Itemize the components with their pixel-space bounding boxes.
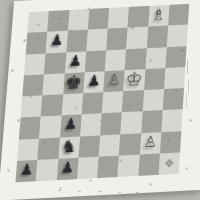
square-f4[interactable]: [122, 90, 144, 112]
square-h6[interactable]: [165, 46, 186, 68]
white-king[interactable]: ♔: [125, 69, 143, 89]
white-pawn[interactable]: ♙: [143, 134, 157, 150]
square-g4[interactable]: [142, 89, 164, 111]
square-g3[interactable]: [141, 110, 163, 132]
square-h2[interactable]: [160, 131, 182, 154]
square-e6[interactable]: [105, 49, 127, 71]
square-d5[interactable]: ♟: [83, 71, 105, 93]
black-pawn[interactable]: ♟: [60, 160, 75, 176]
square-h1[interactable]: ❖: [158, 152, 180, 175]
square-e7[interactable]: [106, 28, 128, 50]
square-f3[interactable]: [120, 111, 142, 133]
square-e1[interactable]: [97, 155, 119, 178]
black-pawn[interactable]: ♟: [63, 117, 78, 133]
square-f1[interactable]: [118, 154, 140, 177]
board-photo: ♗♟♟♚♟♙♔♟♞♙♟♟❖: [0, 0, 200, 200]
photo-grain: [0, 0, 1, 1]
square-c8[interactable]: [67, 9, 89, 31]
maker-emblem-icon: ❖: [164, 158, 175, 170]
square-a2[interactable]: [17, 138, 39, 161]
black-king[interactable]: ♚: [64, 72, 82, 92]
square-b4[interactable]: [41, 94, 63, 116]
square-a7[interactable]: [26, 32, 48, 54]
square-c3[interactable]: ♟: [60, 115, 82, 137]
black-pawn[interactable]: ♟: [49, 33, 63, 49]
square-h5[interactable]: [164, 67, 186, 89]
black-pawn[interactable]: ♟: [87, 73, 101, 89]
square-f2[interactable]: [119, 133, 141, 156]
square-h4[interactable]: [162, 88, 184, 110]
square-d2[interactable]: [78, 135, 100, 158]
square-b5[interactable]: [43, 73, 65, 95]
square-e2[interactable]: [99, 134, 121, 157]
square-e4[interactable]: [102, 91, 124, 113]
square-f5[interactable]: ♔: [123, 69, 145, 91]
square-g6[interactable]: [145, 47, 167, 69]
square-f7[interactable]: [126, 27, 148, 49]
square-h7[interactable]: [167, 25, 188, 47]
black-knight[interactable]: ♞: [61, 137, 78, 155]
square-a5[interactable]: [22, 74, 44, 96]
square-b2[interactable]: [38, 137, 60, 160]
chess-board: ♗♟♟♚♟♙♔♟♞♙♟♟❖: [15, 4, 189, 183]
square-b6[interactable]: [44, 52, 66, 74]
square-b3[interactable]: [39, 116, 61, 138]
square-a8[interactable]: [27, 11, 49, 33]
square-g5[interactable]: [144, 68, 166, 90]
black-pawn[interactable]: ♟: [19, 162, 34, 178]
square-a6[interactable]: [24, 53, 46, 75]
square-c2[interactable]: ♞: [58, 136, 80, 159]
square-b7[interactable]: ♟: [46, 31, 68, 53]
square-a4[interactable]: [21, 95, 43, 117]
square-b8[interactable]: [47, 10, 69, 32]
square-a1[interactable]: ♟: [15, 160, 37, 183]
white-pawn[interactable]: ♙: [107, 72, 121, 88]
square-c4[interactable]: [61, 93, 83, 115]
square-e8[interactable]: [108, 7, 130, 29]
square-g1[interactable]: [138, 153, 160, 176]
square-d3[interactable]: [80, 114, 102, 136]
square-h3[interactable]: [161, 109, 183, 131]
square-e3[interactable]: [100, 112, 122, 134]
square-d8[interactable]: [88, 8, 110, 30]
square-g2[interactable]: ♙: [139, 132, 161, 155]
square-g7[interactable]: [146, 26, 167, 48]
square-g8[interactable]: ♗: [148, 5, 169, 27]
square-c7[interactable]: [66, 30, 88, 52]
square-h8[interactable]: [168, 4, 189, 26]
square-e5[interactable]: ♙: [103, 70, 125, 92]
square-c1[interactable]: ♟: [56, 158, 78, 181]
square-c5[interactable]: ♚: [63, 72, 85, 94]
square-d4[interactable]: [81, 92, 103, 114]
square-d7[interactable]: [86, 29, 108, 51]
square-b1[interactable]: [36, 159, 58, 182]
square-d6[interactable]: [85, 50, 107, 72]
white-bishop[interactable]: ♗: [150, 6, 166, 24]
square-d1[interactable]: [77, 156, 99, 179]
square-f8[interactable]: [128, 6, 149, 28]
board-frame: ♗♟♟♚♟♙♔♟♞♙♟♟❖: [0, 0, 200, 200]
square-a3[interactable]: [19, 117, 41, 139]
black-pawn[interactable]: ♟: [68, 53, 82, 69]
